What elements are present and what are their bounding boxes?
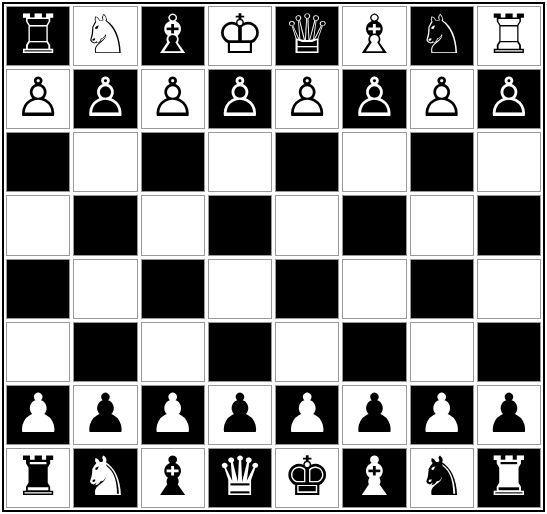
square-r7c4-black-pawn[interactable]: ♟ — [208, 385, 272, 445]
square-r5c2-empty[interactable] — [73, 259, 137, 319]
white-pawn-piece: ♙ — [81, 71, 129, 125]
square-r1c5-white-queen[interactable]: ♕ — [275, 6, 339, 66]
black-knight-piece: ♞ — [417, 450, 465, 504]
square-r5c3-empty[interactable] — [141, 259, 205, 319]
square-r3c7-empty[interactable] — [410, 132, 474, 192]
white-queen-piece: ♕ — [283, 8, 331, 62]
white-pawn-piece: ♙ — [417, 71, 465, 125]
square-r8c2-black-knight[interactable]: ♞ — [73, 448, 137, 508]
white-pawn-piece: ♙ — [216, 71, 264, 125]
black-bishop-piece: ♝ — [148, 450, 196, 504]
white-rook-piece: ♖ — [485, 8, 533, 62]
black-pawn-piece: ♟ — [216, 387, 264, 441]
white-pawn-piece: ♙ — [283, 71, 331, 125]
square-r3c2-empty[interactable] — [73, 132, 137, 192]
square-r1c1-white-rook[interactable]: ♖ — [6, 6, 70, 66]
square-r8c1-black-rook[interactable]: ♜ — [6, 448, 70, 508]
square-r1c6-white-bishop[interactable]: ♗ — [342, 6, 406, 66]
square-r6c4-empty[interactable] — [208, 322, 272, 382]
square-r6c1-empty[interactable] — [6, 322, 70, 382]
black-queen-piece: ♛ — [216, 450, 264, 504]
square-r4c1-empty[interactable] — [6, 195, 70, 255]
square-r3c3-empty[interactable] — [141, 132, 205, 192]
white-knight-piece: ♘ — [81, 8, 129, 62]
square-r5c7-empty[interactable] — [410, 259, 474, 319]
square-r3c5-empty[interactable] — [275, 132, 339, 192]
square-r8c7-black-knight[interactable]: ♞ — [410, 448, 474, 508]
square-r3c8-empty[interactable] — [477, 132, 541, 192]
square-r8c4-black-queen[interactable]: ♛ — [208, 448, 272, 508]
square-r7c5-black-pawn[interactable]: ♟ — [275, 385, 339, 445]
square-r5c1-empty[interactable] — [6, 259, 70, 319]
square-r7c8-black-pawn[interactable]: ♟ — [477, 385, 541, 445]
square-r6c8-empty[interactable] — [477, 322, 541, 382]
square-r4c3-empty[interactable] — [141, 195, 205, 255]
square-r3c1-empty[interactable] — [6, 132, 70, 192]
square-r7c1-black-pawn[interactable]: ♟ — [6, 385, 70, 445]
square-r6c5-empty[interactable] — [275, 322, 339, 382]
square-r1c8-white-rook[interactable]: ♖ — [477, 6, 541, 66]
black-pawn-piece: ♟ — [350, 387, 398, 441]
square-r6c7-empty[interactable] — [410, 322, 474, 382]
black-rook-piece: ♜ — [485, 450, 533, 504]
square-r2c1-white-pawn[interactable]: ♙ — [6, 69, 70, 129]
square-r1c2-white-knight[interactable]: ♘ — [73, 6, 137, 66]
square-r8c5-black-king[interactable]: ♚ — [275, 448, 339, 508]
square-r8c3-black-bishop[interactable]: ♝ — [141, 448, 205, 508]
black-pawn-piece: ♟ — [283, 387, 331, 441]
black-pawn-piece: ♟ — [81, 387, 129, 441]
square-r4c5-empty[interactable] — [275, 195, 339, 255]
black-king-piece: ♚ — [283, 450, 331, 504]
square-r8c8-black-rook[interactable]: ♜ — [477, 448, 541, 508]
black-rook-piece: ♜ — [14, 450, 62, 504]
square-r7c6-black-pawn[interactable]: ♟ — [342, 385, 406, 445]
black-bishop-piece: ♝ — [350, 450, 398, 504]
square-r1c7-white-knight[interactable]: ♘ — [410, 6, 474, 66]
square-r2c5-white-pawn[interactable]: ♙ — [275, 69, 339, 129]
square-r4c8-empty[interactable] — [477, 195, 541, 255]
square-r2c6-white-pawn[interactable]: ♙ — [342, 69, 406, 129]
white-bishop-piece: ♗ — [148, 8, 196, 62]
black-pawn-piece: ♟ — [14, 387, 62, 441]
square-r7c3-black-pawn[interactable]: ♟ — [141, 385, 205, 445]
white-pawn-piece: ♙ — [148, 71, 196, 125]
black-knight-piece: ♞ — [81, 450, 129, 504]
white-bishop-piece: ♗ — [350, 8, 398, 62]
square-r7c2-black-pawn[interactable]: ♟ — [73, 385, 137, 445]
white-rook-piece: ♖ — [14, 8, 62, 62]
square-r5c4-empty[interactable] — [208, 259, 272, 319]
square-r2c8-white-pawn[interactable]: ♙ — [477, 69, 541, 129]
black-pawn-piece: ♟ — [417, 387, 465, 441]
square-r4c2-empty[interactable] — [73, 195, 137, 255]
square-r1c4-white-king[interactable]: ♔ — [208, 6, 272, 66]
square-r3c6-empty[interactable] — [342, 132, 406, 192]
black-pawn-piece: ♟ — [148, 387, 196, 441]
square-r2c2-white-pawn[interactable]: ♙ — [73, 69, 137, 129]
square-r6c6-empty[interactable] — [342, 322, 406, 382]
square-r4c7-empty[interactable] — [410, 195, 474, 255]
square-r2c3-white-pawn[interactable]: ♙ — [141, 69, 205, 129]
white-pawn-piece: ♙ — [350, 71, 398, 125]
black-pawn-piece: ♟ — [485, 387, 533, 441]
square-r5c5-empty[interactable] — [275, 259, 339, 319]
square-r3c4-empty[interactable] — [208, 132, 272, 192]
square-r6c3-empty[interactable] — [141, 322, 205, 382]
square-r6c2-empty[interactable] — [73, 322, 137, 382]
square-r4c4-empty[interactable] — [208, 195, 272, 255]
square-r2c7-white-pawn[interactable]: ♙ — [410, 69, 474, 129]
square-r1c3-white-bishop[interactable]: ♗ — [141, 6, 205, 66]
white-knight-piece: ♘ — [417, 8, 465, 62]
white-pawn-piece: ♙ — [485, 71, 533, 125]
chess-board: ♖♘♗♔♕♗♘♖♙♙♙♙♙♙♙♙♟♟♟♟♟♟♟♟♜♞♝♛♚♝♞♜ — [2, 2, 545, 512]
square-r2c4-white-pawn[interactable]: ♙ — [208, 69, 272, 129]
square-r7c7-black-pawn[interactable]: ♟ — [410, 385, 474, 445]
white-king-piece: ♔ — [216, 8, 264, 62]
square-r5c6-empty[interactable] — [342, 259, 406, 319]
white-pawn-piece: ♙ — [14, 71, 62, 125]
square-r8c6-black-bishop[interactable]: ♝ — [342, 448, 406, 508]
square-r4c6-empty[interactable] — [342, 195, 406, 255]
square-r5c8-empty[interactable] — [477, 259, 541, 319]
